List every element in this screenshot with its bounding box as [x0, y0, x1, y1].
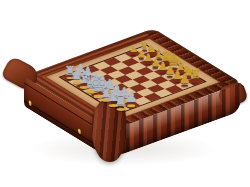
chess-set-photo: ♜♞♝♛♚♝♞♜♟♟♟♟♟♟♟♟♟♟♟♟♟♟♟♟♜♞♝♛♚♝♞♜	[0, 0, 250, 187]
drape-corner	[92, 100, 126, 162]
drawer-knob	[78, 128, 81, 135]
drawer-knob	[29, 100, 32, 107]
